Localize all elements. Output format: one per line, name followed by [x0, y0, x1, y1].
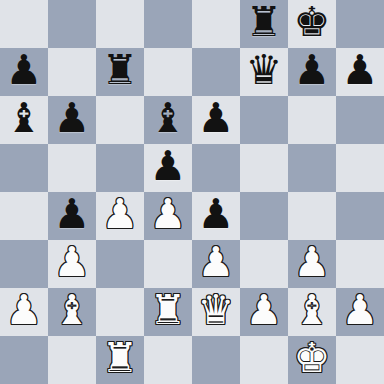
piece-white-bishop-b2[interactable]: ♝ [54, 286, 91, 334]
piece-black-pawn-d5[interactable]: ♟ [150, 142, 187, 190]
square-e7[interactable] [192, 48, 240, 96]
piece-black-rook-f8[interactable]: ♜ [246, 0, 283, 46]
square-f6[interactable] [240, 96, 288, 144]
square-f8[interactable]: ♜ [240, 0, 288, 48]
square-d1[interactable] [144, 336, 192, 384]
square-c5[interactable] [96, 144, 144, 192]
square-e1[interactable] [192, 336, 240, 384]
piece-black-pawn-e6[interactable]: ♟ [198, 94, 235, 142]
piece-white-pawn-a2[interactable]: ♟ [6, 286, 43, 334]
square-g6[interactable] [288, 96, 336, 144]
square-h6[interactable] [336, 96, 384, 144]
square-f5[interactable] [240, 144, 288, 192]
square-c2[interactable] [96, 288, 144, 336]
chess-board: ♜♚♟♜♛♟♟♝♟♝♟♟♟♟♟♟♟♟♟♟♝♜♛♟♝♟♜♚ [0, 0, 384, 384]
piece-white-queen-e2[interactable]: ♛ [198, 286, 235, 334]
piece-black-king-g8[interactable]: ♚ [294, 0, 331, 46]
square-g3[interactable]: ♟ [288, 240, 336, 288]
square-h2[interactable]: ♟ [336, 288, 384, 336]
square-b8[interactable] [48, 0, 96, 48]
piece-white-rook-c1[interactable]: ♜ [102, 334, 139, 382]
piece-white-pawn-h2[interactable]: ♟ [342, 286, 379, 334]
square-g5[interactable] [288, 144, 336, 192]
square-e5[interactable] [192, 144, 240, 192]
piece-white-pawn-f2[interactable]: ♟ [246, 286, 283, 334]
square-a7[interactable]: ♟ [0, 48, 48, 96]
square-d3[interactable] [144, 240, 192, 288]
square-a2[interactable]: ♟ [0, 288, 48, 336]
square-f7[interactable]: ♛ [240, 48, 288, 96]
square-h7[interactable]: ♟ [336, 48, 384, 96]
square-c3[interactable] [96, 240, 144, 288]
piece-black-queen-f7[interactable]: ♛ [246, 46, 283, 94]
piece-black-pawn-e4[interactable]: ♟ [198, 190, 235, 238]
piece-black-pawn-a7[interactable]: ♟ [6, 46, 43, 94]
square-b4[interactable]: ♟ [48, 192, 96, 240]
square-b2[interactable]: ♝ [48, 288, 96, 336]
square-a1[interactable] [0, 336, 48, 384]
square-d5[interactable]: ♟ [144, 144, 192, 192]
square-d7[interactable] [144, 48, 192, 96]
square-h4[interactable] [336, 192, 384, 240]
piece-black-bishop-a6[interactable]: ♝ [6, 94, 43, 142]
square-d8[interactable] [144, 0, 192, 48]
piece-white-bishop-g2[interactable]: ♝ [294, 286, 331, 334]
piece-black-pawn-h7[interactable]: ♟ [342, 46, 379, 94]
piece-white-pawn-e3[interactable]: ♟ [198, 238, 235, 286]
square-g1[interactable]: ♚ [288, 336, 336, 384]
square-c1[interactable]: ♜ [96, 336, 144, 384]
square-g7[interactable]: ♟ [288, 48, 336, 96]
square-h5[interactable] [336, 144, 384, 192]
square-g4[interactable] [288, 192, 336, 240]
square-d4[interactable]: ♟ [144, 192, 192, 240]
square-c4[interactable]: ♟ [96, 192, 144, 240]
square-a8[interactable] [0, 0, 48, 48]
square-d2[interactable]: ♜ [144, 288, 192, 336]
square-f2[interactable]: ♟ [240, 288, 288, 336]
square-b6[interactable]: ♟ [48, 96, 96, 144]
piece-white-pawn-d4[interactable]: ♟ [150, 190, 187, 238]
square-e6[interactable]: ♟ [192, 96, 240, 144]
square-g2[interactable]: ♝ [288, 288, 336, 336]
square-f1[interactable] [240, 336, 288, 384]
square-h1[interactable] [336, 336, 384, 384]
square-h8[interactable] [336, 0, 384, 48]
square-a5[interactable] [0, 144, 48, 192]
square-c7[interactable]: ♜ [96, 48, 144, 96]
piece-white-pawn-g3[interactable]: ♟ [294, 238, 331, 286]
square-b3[interactable]: ♟ [48, 240, 96, 288]
square-e8[interactable] [192, 0, 240, 48]
square-d6[interactable]: ♝ [144, 96, 192, 144]
square-e4[interactable]: ♟ [192, 192, 240, 240]
square-c6[interactable] [96, 96, 144, 144]
piece-black-bishop-d6[interactable]: ♝ [150, 94, 187, 142]
square-e2[interactable]: ♛ [192, 288, 240, 336]
square-b7[interactable] [48, 48, 96, 96]
square-f4[interactable] [240, 192, 288, 240]
piece-black-rook-c7[interactable]: ♜ [102, 46, 139, 94]
square-g8[interactable]: ♚ [288, 0, 336, 48]
square-a3[interactable] [0, 240, 48, 288]
square-a6[interactable]: ♝ [0, 96, 48, 144]
piece-white-pawn-c4[interactable]: ♟ [102, 190, 139, 238]
square-e3[interactable]: ♟ [192, 240, 240, 288]
square-h3[interactable] [336, 240, 384, 288]
square-f3[interactable] [240, 240, 288, 288]
square-b1[interactable] [48, 336, 96, 384]
piece-white-pawn-b3[interactable]: ♟ [54, 238, 91, 286]
square-b5[interactable] [48, 144, 96, 192]
square-a4[interactable] [0, 192, 48, 240]
piece-white-king-g1[interactable]: ♚ [294, 334, 331, 382]
piece-black-pawn-g7[interactable]: ♟ [294, 46, 331, 94]
piece-black-pawn-b4[interactable]: ♟ [54, 190, 91, 238]
piece-black-pawn-b6[interactable]: ♟ [54, 94, 91, 142]
piece-white-rook-d2[interactable]: ♜ [150, 286, 187, 334]
square-c8[interactable] [96, 0, 144, 48]
